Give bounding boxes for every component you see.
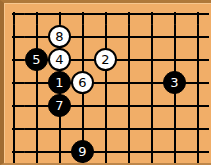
intersection[interactable]: [163, 140, 186, 163]
intersection[interactable]: [71, 2, 94, 25]
intersection[interactable]: [25, 140, 48, 163]
intersection[interactable]: [186, 71, 209, 94]
intersection[interactable]: 4: [48, 48, 71, 71]
intersection[interactable]: [71, 117, 94, 140]
intersection[interactable]: [117, 25, 140, 48]
intersection[interactable]: [2, 48, 25, 71]
intersection[interactable]: [117, 48, 140, 71]
intersection[interactable]: [2, 71, 25, 94]
intersection[interactable]: [94, 117, 117, 140]
intersection[interactable]: [48, 140, 71, 163]
intersection[interactable]: [25, 117, 48, 140]
intersection[interactable]: [140, 94, 163, 117]
intersection[interactable]: [163, 117, 186, 140]
intersection[interactable]: [25, 25, 48, 48]
intersection[interactable]: [186, 2, 209, 25]
intersection[interactable]: [94, 25, 117, 48]
intersection[interactable]: [2, 117, 25, 140]
intersection[interactable]: [117, 94, 140, 117]
intersection[interactable]: [163, 94, 186, 117]
intersection[interactable]: [163, 48, 186, 71]
intersection[interactable]: [94, 71, 117, 94]
intersection[interactable]: 7: [48, 94, 71, 117]
intersection[interactable]: [117, 117, 140, 140]
intersection[interactable]: [48, 117, 71, 140]
intersection[interactable]: 1: [48, 71, 71, 94]
intersection[interactable]: [25, 2, 48, 25]
intersection[interactable]: [186, 25, 209, 48]
intersection[interactable]: [163, 2, 186, 25]
white-stone-move-8[interactable]: 8: [48, 25, 71, 48]
intersection[interactable]: [117, 140, 140, 163]
intersection[interactable]: [186, 48, 209, 71]
intersection[interactable]: [140, 2, 163, 25]
intersection[interactable]: 3: [163, 71, 186, 94]
intersection[interactable]: [94, 94, 117, 117]
black-stone-move-1[interactable]: 1: [48, 71, 71, 94]
black-stone-move-7[interactable]: 7: [48, 94, 71, 117]
intersection[interactable]: [2, 140, 25, 163]
intersection[interactable]: [140, 48, 163, 71]
intersection[interactable]: [94, 140, 117, 163]
intersection[interactable]: [117, 71, 140, 94]
intersection[interactable]: [2, 94, 25, 117]
intersection[interactable]: [140, 25, 163, 48]
intersection[interactable]: [71, 94, 94, 117]
intersection[interactable]: [25, 71, 48, 94]
intersection[interactable]: [71, 25, 94, 48]
black-stone-move-3[interactable]: 3: [163, 71, 186, 94]
intersection[interactable]: [2, 25, 25, 48]
intersection[interactable]: 6: [71, 71, 94, 94]
intersection[interactable]: [186, 94, 209, 117]
intersection[interactable]: 2: [94, 48, 117, 71]
intersection[interactable]: 9: [71, 140, 94, 163]
white-stone-move-4[interactable]: 4: [48, 48, 71, 71]
intersection[interactable]: [2, 2, 25, 25]
intersection[interactable]: [140, 117, 163, 140]
intersection[interactable]: [48, 2, 71, 25]
intersection[interactable]: [25, 94, 48, 117]
black-stone-move-9[interactable]: 9: [71, 140, 94, 163]
intersection[interactable]: [117, 2, 140, 25]
white-stone-move-2[interactable]: 2: [94, 48, 117, 71]
intersection[interactable]: [140, 71, 163, 94]
intersection[interactable]: 5: [25, 48, 48, 71]
intersection[interactable]: [163, 25, 186, 48]
go-board-diagram: 854216379: [0, 0, 211, 165]
black-stone-move-5[interactable]: 5: [25, 48, 48, 71]
intersection[interactable]: [186, 117, 209, 140]
intersection[interactable]: [186, 140, 209, 163]
intersection[interactable]: [71, 48, 94, 71]
intersection[interactable]: 8: [48, 25, 71, 48]
go-board-grid[interactable]: 854216379: [2, 2, 209, 163]
intersection[interactable]: [94, 2, 117, 25]
white-stone-move-6[interactable]: 6: [71, 71, 94, 94]
intersection[interactable]: [140, 140, 163, 163]
